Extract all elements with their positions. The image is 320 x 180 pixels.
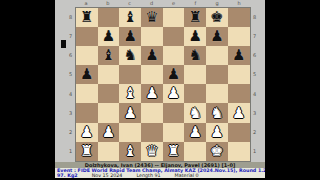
white-q-piece: ♛ <box>145 142 158 161</box>
coord-label-2: 2 <box>251 123 258 142</box>
square-g6 <box>206 46 228 65</box>
date-label: Nov 15 2024 <box>92 173 123 178</box>
square-c4: ♝ <box>119 84 141 103</box>
square-c5 <box>119 65 141 84</box>
white-b-piece: ♝ <box>123 84 136 103</box>
square-b8 <box>98 8 120 27</box>
square-a1: ♜ <box>76 142 98 161</box>
square-f5 <box>184 65 206 84</box>
black-r-piece: ♜ <box>189 8 202 27</box>
black-n-piece: ♞ <box>189 46 202 65</box>
coord-label-7: 7 <box>251 26 258 45</box>
coord-label-3: 3 <box>251 103 258 122</box>
square-h8 <box>228 8 250 27</box>
coord-label-c: c <box>119 0 141 7</box>
coord-label-4: 4 <box>251 84 258 103</box>
black-q-piece: ♛ <box>145 8 158 27</box>
square-h7 <box>228 27 250 46</box>
coord-label-3: 3 <box>67 103 74 122</box>
square-h2 <box>228 123 250 142</box>
square-a3 <box>76 103 98 122</box>
square-f2: ♟ <box>184 123 206 142</box>
black-p-piece: ♟ <box>80 65 93 84</box>
video-frame: abcdefgh abcdefgh 87654321 87654321 ♜♝♛♜… <box>0 0 320 180</box>
white-n-piece: ♞ <box>189 103 202 122</box>
square-a4 <box>76 84 98 103</box>
square-d5 <box>141 65 163 84</box>
white-b-piece: ♝ <box>123 142 136 161</box>
square-e8 <box>163 8 185 27</box>
square-g5 <box>206 65 228 84</box>
square-d6: ♟ <box>141 46 163 65</box>
black-p-piece: ♟ <box>232 46 245 65</box>
square-e4: ♟ <box>163 84 185 103</box>
square-b4 <box>98 84 120 103</box>
coord-label-8: 8 <box>251 7 258 26</box>
square-f3: ♞ <box>184 103 206 122</box>
status-line: 97. Kg2 Nov 15 2024 Length 91 Material 0 <box>55 173 265 178</box>
square-c2 <box>119 123 141 142</box>
coord-label-5: 5 <box>251 65 258 84</box>
square-f7: ♟ <box>184 27 206 46</box>
square-g4 <box>206 84 228 103</box>
rank-labels-right: 87654321 <box>251 7 258 161</box>
coord-label-6: 6 <box>67 46 74 65</box>
square-c6: ♞ <box>119 46 141 65</box>
square-a5: ♟ <box>76 65 98 84</box>
chess-board: ♜♝♛♜♚♟♟♟♟♝♞♟♞♟♟♟♝♟♟♟♞♞♟♟♟♟♟♜♝♛♜♚ <box>75 7 251 162</box>
white-p-piece: ♟ <box>232 103 245 122</box>
black-to-move-indicator <box>61 40 66 48</box>
coord-label-f: f <box>184 0 206 7</box>
white-p-piece: ♟ <box>102 123 115 142</box>
square-h4 <box>228 84 250 103</box>
coord-label-1: 1 <box>67 142 74 161</box>
coord-label-4: 4 <box>67 84 74 103</box>
square-b6: ♝ <box>98 46 120 65</box>
square-d4: ♟ <box>141 84 163 103</box>
square-h3: ♟ <box>228 103 250 122</box>
square-b3 <box>98 103 120 122</box>
chess-gui-panel: abcdefgh abcdefgh 87654321 87654321 ♜♝♛♜… <box>55 0 265 178</box>
square-g8: ♚ <box>206 8 228 27</box>
black-p-piece: ♟ <box>210 27 223 46</box>
last-move-label: 97. Kg2 <box>57 173 78 178</box>
square-a8: ♜ <box>76 8 98 27</box>
square-g1: ♚ <box>206 142 228 161</box>
white-r-piece: ♜ <box>80 142 93 161</box>
material-label: Material 0 <box>175 173 199 178</box>
square-h5 <box>228 65 250 84</box>
black-p-piece: ♟ <box>145 46 158 65</box>
black-b-piece: ♝ <box>123 8 136 27</box>
coord-label-b: b <box>97 0 119 7</box>
square-c1: ♝ <box>119 142 141 161</box>
square-g7: ♟ <box>206 27 228 46</box>
square-e2 <box>163 123 185 142</box>
black-p-piece: ♟ <box>123 27 136 46</box>
coord-label-2: 2 <box>67 123 74 142</box>
file-labels-top: abcdefgh <box>75 0 250 7</box>
coord-label-7: 7 <box>67 26 74 45</box>
coord-label-8: 8 <box>67 7 74 26</box>
coord-label-a: a <box>75 0 97 7</box>
white-p-piece: ♟ <box>80 123 93 142</box>
coord-label-1: 1 <box>251 142 258 161</box>
square-a2: ♟ <box>76 123 98 142</box>
black-b-piece: ♝ <box>102 46 115 65</box>
square-d7 <box>141 27 163 46</box>
black-p-piece: ♟ <box>167 65 180 84</box>
length-label: Length 91 <box>136 173 160 178</box>
black-r-piece: ♜ <box>80 8 93 27</box>
white-p-piece: ♟ <box>189 123 202 142</box>
square-c3: ♟ <box>119 103 141 122</box>
square-d2 <box>141 123 163 142</box>
square-e1: ♜ <box>163 142 185 161</box>
coord-label-6: 6 <box>251 46 258 65</box>
square-e5: ♟ <box>163 65 185 84</box>
square-c7: ♟ <box>119 27 141 46</box>
black-n-piece: ♞ <box>123 46 136 65</box>
white-p-piece: ♟ <box>167 84 180 103</box>
square-f8: ♜ <box>184 8 206 27</box>
square-b1 <box>98 142 120 161</box>
square-f1 <box>184 142 206 161</box>
square-h6: ♟ <box>228 46 250 65</box>
square-a7 <box>76 27 98 46</box>
square-d1: ♛ <box>141 142 163 161</box>
coord-label-d: d <box>141 0 163 7</box>
square-e6 <box>163 46 185 65</box>
square-e3 <box>163 103 185 122</box>
square-e7 <box>163 27 185 46</box>
square-b2: ♟ <box>98 123 120 142</box>
square-g2: ♟ <box>206 123 228 142</box>
square-c8: ♝ <box>119 8 141 27</box>
white-p-piece: ♟ <box>145 84 158 103</box>
black-p-piece: ♟ <box>102 27 115 46</box>
coord-label-e: e <box>163 0 185 7</box>
white-r-piece: ♜ <box>167 142 180 161</box>
square-f4 <box>184 84 206 103</box>
square-a6 <box>76 46 98 65</box>
square-d3 <box>141 103 163 122</box>
square-b5 <box>98 65 120 84</box>
square-b7: ♟ <box>98 27 120 46</box>
coord-label-5: 5 <box>67 65 74 84</box>
square-g3: ♞ <box>206 103 228 122</box>
square-f6: ♞ <box>184 46 206 65</box>
square-h1 <box>228 142 250 161</box>
white-k-piece: ♚ <box>210 142 223 161</box>
white-p-piece: ♟ <box>210 123 223 142</box>
black-k-piece: ♚ <box>210 8 223 27</box>
coord-label-h: h <box>228 0 250 7</box>
rank-labels-left: 87654321 <box>67 7 74 161</box>
coord-label-g: g <box>206 0 228 7</box>
black-p-piece: ♟ <box>189 27 202 46</box>
white-n-piece: ♞ <box>210 103 223 122</box>
white-p-piece: ♟ <box>123 103 136 122</box>
square-d8: ♛ <box>141 8 163 27</box>
